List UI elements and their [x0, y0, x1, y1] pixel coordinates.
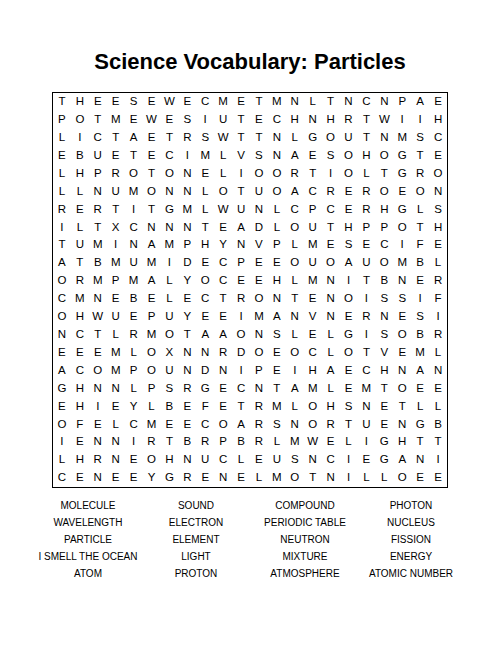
grid-cell-r10c7[interactable]: I — [160, 254, 178, 272]
grid-cell-r6c1[interactable]: L — [53, 183, 71, 201]
grid-cell-r8c9[interactable]: T — [196, 218, 214, 236]
grid-cell-r14c2[interactable]: C — [71, 326, 89, 344]
grid-cell-r15c20[interactable]: E — [393, 344, 411, 362]
grid-cell-r6c11[interactable]: T — [232, 183, 250, 201]
grid-cell-r11c2[interactable]: R — [71, 272, 89, 290]
grid-cell-r12c9[interactable]: C — [196, 290, 214, 308]
grid-cell-r11c13[interactable]: H — [268, 272, 286, 290]
grid-cell-r15c12[interactable]: O — [250, 344, 268, 362]
grid-cell-r22c13[interactable]: M — [268, 469, 286, 487]
grid-cell-r18c7[interactable]: B — [160, 397, 178, 415]
grid-cell-r18c12[interactable]: R — [250, 397, 268, 415]
grid-cell-r9c20[interactable]: I — [393, 236, 411, 254]
grid-cell-r22c11[interactable]: E — [232, 469, 250, 487]
grid-cell-r20c20[interactable]: H — [393, 433, 411, 451]
grid-cell-r13c17[interactable]: E — [340, 308, 358, 326]
grid-cell-r15c2[interactable]: E — [71, 344, 89, 362]
grid-cell-r17c1[interactable]: G — [53, 380, 71, 398]
grid-cell-r19c6[interactable]: M — [143, 415, 161, 433]
grid-cell-r3c5[interactable]: A — [125, 129, 143, 147]
grid-cell-r13c13[interactable]: A — [268, 308, 286, 326]
grid-cell-r11c19[interactable]: B — [375, 272, 393, 290]
grid-cell-r10c8[interactable]: D — [178, 254, 196, 272]
grid-cell-r21c1[interactable]: L — [53, 451, 71, 469]
grid-cell-r6c12[interactable]: U — [250, 183, 268, 201]
grid-cell-r8c7[interactable]: N — [160, 218, 178, 236]
grid-cell-r12c21[interactable]: I — [411, 290, 429, 308]
grid-cell-r21c18[interactable]: E — [357, 451, 375, 469]
grid-cell-r21c2[interactable]: H — [71, 451, 89, 469]
grid-cell-r15c3[interactable]: E — [89, 344, 107, 362]
grid-cell-r15c7[interactable]: X — [160, 344, 178, 362]
grid-cell-r7c5[interactable]: I — [125, 200, 143, 218]
grid-cell-r10c19[interactable]: O — [375, 254, 393, 272]
grid-cell-r14c12[interactable]: N — [250, 326, 268, 344]
grid-cell-r7c19[interactable]: H — [375, 200, 393, 218]
grid-cell-r20c11[interactable]: B — [232, 433, 250, 451]
grid-cell-r15c11[interactable]: D — [232, 344, 250, 362]
grid-cell-r21c3[interactable]: R — [89, 451, 107, 469]
grid-cell-r11c17[interactable]: I — [340, 272, 358, 290]
grid-cell-r19c2[interactable]: F — [71, 415, 89, 433]
grid-cell-r9c7[interactable]: M — [160, 236, 178, 254]
grid-cell-r13c12[interactable]: M — [250, 308, 268, 326]
grid-cell-r10c9[interactable]: E — [196, 254, 214, 272]
grid-cell-r6c10[interactable]: O — [214, 183, 232, 201]
grid-cell-r3c17[interactable]: U — [340, 129, 358, 147]
grid-cell-r6c6[interactable]: O — [143, 183, 161, 201]
grid-cell-r20c19[interactable]: G — [375, 433, 393, 451]
grid-cell-r17c3[interactable]: N — [89, 380, 107, 398]
grid-cell-r15c8[interactable]: N — [178, 344, 196, 362]
grid-cell-r21c6[interactable]: O — [143, 451, 161, 469]
grid-cell-r12c17[interactable]: O — [340, 290, 358, 308]
grid-cell-r13c5[interactable]: E — [125, 308, 143, 326]
grid-cell-r9c9[interactable]: H — [196, 236, 214, 254]
grid-cell-r7c22[interactable]: S — [429, 200, 447, 218]
grid-cell-r20c13[interactable]: L — [268, 433, 286, 451]
grid-cell-r1c2[interactable]: H — [71, 93, 89, 111]
grid-cell-r6c5[interactable]: M — [125, 183, 143, 201]
grid-cell-r13c2[interactable]: H — [71, 308, 89, 326]
grid-cell-r8c18[interactable]: P — [357, 218, 375, 236]
grid-cell-r9c16[interactable]: E — [322, 236, 340, 254]
grid-cell-r20c15[interactable]: W — [304, 433, 322, 451]
grid-cell-r22c4[interactable]: E — [107, 469, 125, 487]
grid-cell-r18c5[interactable]: Y — [125, 397, 143, 415]
grid-cell-r21c20[interactable]: A — [393, 451, 411, 469]
grid-cell-r19c3[interactable]: E — [89, 415, 107, 433]
grid-cell-r13c11[interactable]: I — [232, 308, 250, 326]
grid-cell-r14c19[interactable]: S — [375, 326, 393, 344]
grid-cell-r19c12[interactable]: R — [250, 415, 268, 433]
grid-cell-r13c7[interactable]: U — [160, 308, 178, 326]
grid-cell-r7c21[interactable]: L — [411, 200, 429, 218]
grid-cell-r4c22[interactable]: E — [429, 147, 447, 165]
grid-cell-r18c20[interactable]: T — [393, 397, 411, 415]
grid-cell-r1c9[interactable]: C — [196, 93, 214, 111]
grid-cell-r9c15[interactable]: M — [304, 236, 322, 254]
grid-cell-r1c4[interactable]: E — [107, 93, 125, 111]
grid-cell-r2c15[interactable]: N — [304, 111, 322, 129]
grid-cell-r1c3[interactable]: E — [89, 93, 107, 111]
grid-cell-r4c8[interactable]: I — [178, 147, 196, 165]
grid-cell-r16c2[interactable]: C — [71, 362, 89, 380]
grid-cell-r21c10[interactable]: C — [214, 451, 232, 469]
grid-cell-r16c6[interactable]: O — [143, 362, 161, 380]
grid-cell-r2c7[interactable]: E — [160, 111, 178, 129]
grid-cell-r1c19[interactable]: N — [375, 93, 393, 111]
grid-cell-r17c20[interactable]: O — [393, 380, 411, 398]
grid-cell-r11c6[interactable]: A — [143, 272, 161, 290]
grid-cell-r14c4[interactable]: L — [107, 326, 125, 344]
grid-cell-r16c8[interactable]: N — [178, 362, 196, 380]
grid-cell-r18c21[interactable]: L — [411, 397, 429, 415]
grid-cell-r16c13[interactable]: E — [268, 362, 286, 380]
grid-cell-r17c15[interactable]: M — [304, 380, 322, 398]
grid-cell-r22c10[interactable]: N — [214, 469, 232, 487]
grid-cell-r16c10[interactable]: N — [214, 362, 232, 380]
grid-cell-r13c10[interactable]: E — [214, 308, 232, 326]
grid-cell-r18c17[interactable]: S — [340, 397, 358, 415]
grid-cell-r18c9[interactable]: F — [196, 397, 214, 415]
grid-cell-r15c13[interactable]: E — [268, 344, 286, 362]
grid-cell-r6c16[interactable]: R — [322, 183, 340, 201]
grid-cell-r6c8[interactable]: N — [178, 183, 196, 201]
grid-cell-r7c11[interactable]: U — [232, 200, 250, 218]
grid-cell-r18c2[interactable]: H — [71, 397, 89, 415]
grid-cell-r1c11[interactable]: E — [232, 93, 250, 111]
grid-cell-r15c21[interactable]: M — [411, 344, 429, 362]
grid-cell-r7c12[interactable]: N — [250, 200, 268, 218]
grid-cell-r14c17[interactable]: G — [340, 326, 358, 344]
grid-cell-r4c1[interactable]: E — [53, 147, 71, 165]
grid-cell-r2c14[interactable]: H — [286, 111, 304, 129]
grid-cell-r8c11[interactable]: A — [232, 218, 250, 236]
grid-cell-r9c5[interactable]: N — [125, 236, 143, 254]
grid-cell-r6c2[interactable]: L — [71, 183, 89, 201]
grid-cell-r8c16[interactable]: T — [322, 218, 340, 236]
grid-cell-r5c21[interactable]: R — [411, 165, 429, 183]
grid-cell-r21c16[interactable]: C — [322, 451, 340, 469]
grid-cell-r17c9[interactable]: G — [196, 380, 214, 398]
grid-cell-r5c2[interactable]: H — [71, 165, 89, 183]
grid-cell-r22c9[interactable]: E — [196, 469, 214, 487]
grid-cell-r12c12[interactable]: O — [250, 290, 268, 308]
grid-cell-r17c10[interactable]: E — [214, 380, 232, 398]
grid-cell-r4c2[interactable]: B — [71, 147, 89, 165]
grid-cell-r5c3[interactable]: P — [89, 165, 107, 183]
grid-cell-r17c17[interactable]: E — [340, 380, 358, 398]
grid-cell-r4c21[interactable]: T — [411, 147, 429, 165]
grid-cell-r12c4[interactable]: E — [107, 290, 125, 308]
grid-cell-r19c11[interactable]: A — [232, 415, 250, 433]
grid-cell-r2c8[interactable]: S — [178, 111, 196, 129]
grid-cell-r13c3[interactable]: W — [89, 308, 107, 326]
grid-cell-r6c14[interactable]: A — [286, 183, 304, 201]
grid-cell-r1c6[interactable]: E — [143, 93, 161, 111]
grid-cell-r19c22[interactable]: B — [429, 415, 447, 433]
grid-cell-r15c17[interactable]: O — [340, 344, 358, 362]
grid-cell-r18c19[interactable]: E — [375, 397, 393, 415]
grid-cell-r2c11[interactable]: T — [232, 111, 250, 129]
grid-cell-r17c14[interactable]: A — [286, 380, 304, 398]
grid-cell-r2c2[interactable]: O — [71, 111, 89, 129]
grid-cell-r2c6[interactable]: W — [143, 111, 161, 129]
grid-cell-r3c9[interactable]: S — [196, 129, 214, 147]
grid-cell-r18c6[interactable]: L — [143, 397, 161, 415]
grid-cell-r10c18[interactable]: U — [357, 254, 375, 272]
grid-cell-r18c14[interactable]: L — [286, 397, 304, 415]
grid-cell-r5c1[interactable]: L — [53, 165, 71, 183]
grid-cell-r4c6[interactable]: E — [143, 147, 161, 165]
grid-cell-r18c3[interactable]: I — [89, 397, 107, 415]
grid-cell-r3c21[interactable]: S — [411, 129, 429, 147]
grid-cell-r2c17[interactable]: R — [340, 111, 358, 129]
grid-cell-r5c6[interactable]: T — [143, 165, 161, 183]
grid-cell-r2c19[interactable]: W — [375, 111, 393, 129]
grid-cell-r16c11[interactable]: I — [232, 362, 250, 380]
grid-cell-r17c13[interactable]: T — [268, 380, 286, 398]
grid-cell-r16c19[interactable]: H — [375, 362, 393, 380]
grid-cell-r21c15[interactable]: N — [304, 451, 322, 469]
grid-cell-r5c22[interactable]: O — [429, 165, 447, 183]
grid-cell-r20c21[interactable]: T — [411, 433, 429, 451]
grid-cell-r9c10[interactable]: Y — [214, 236, 232, 254]
grid-cell-r14c21[interactable]: B — [411, 326, 429, 344]
grid-cell-r9c13[interactable]: P — [268, 236, 286, 254]
grid-cell-r10c4[interactable]: M — [107, 254, 125, 272]
grid-cell-r13c20[interactable]: E — [393, 308, 411, 326]
grid-cell-r13c21[interactable]: S — [411, 308, 429, 326]
grid-cell-r21c7[interactable]: H — [160, 451, 178, 469]
grid-cell-r1c18[interactable]: C — [357, 93, 375, 111]
grid-cell-r14c18[interactable]: I — [357, 326, 375, 344]
grid-cell-r19c7[interactable]: E — [160, 415, 178, 433]
grid-cell-r14c6[interactable]: M — [143, 326, 161, 344]
grid-cell-r18c1[interactable]: E — [53, 397, 71, 415]
grid-cell-r17c8[interactable]: R — [178, 380, 196, 398]
grid-cell-r2c4[interactable]: M — [107, 111, 125, 129]
grid-cell-r22c2[interactable]: E — [71, 469, 89, 487]
grid-cell-r21c17[interactable]: I — [340, 451, 358, 469]
grid-cell-r16c18[interactable]: C — [357, 362, 375, 380]
grid-cell-r6c13[interactable]: O — [268, 183, 286, 201]
grid-cell-r8c1[interactable]: I — [53, 218, 71, 236]
grid-cell-r17c22[interactable]: E — [429, 380, 447, 398]
grid-cell-r17c7[interactable]: S — [160, 380, 178, 398]
grid-cell-r5c20[interactable]: G — [393, 165, 411, 183]
grid-cell-r4c3[interactable]: U — [89, 147, 107, 165]
grid-cell-r19c5[interactable]: C — [125, 415, 143, 433]
grid-cell-r3c7[interactable]: T — [160, 129, 178, 147]
grid-cell-r10c11[interactable]: P — [232, 254, 250, 272]
grid-cell-r20c14[interactable]: M — [286, 433, 304, 451]
grid-cell-r22c18[interactable]: L — [357, 469, 375, 487]
grid-cell-r4c13[interactable]: N — [268, 147, 286, 165]
grid-cell-r22c8[interactable]: R — [178, 469, 196, 487]
grid-cell-r4c15[interactable]: E — [304, 147, 322, 165]
grid-cell-r1c8[interactable]: E — [178, 93, 196, 111]
grid-cell-r22c21[interactable]: E — [411, 469, 429, 487]
grid-cell-r7c8[interactable]: M — [178, 200, 196, 218]
grid-cell-r10c16[interactable]: O — [322, 254, 340, 272]
grid-cell-r8c17[interactable]: H — [340, 218, 358, 236]
grid-cell-r5c15[interactable]: T — [304, 165, 322, 183]
grid-cell-r14c15[interactable]: E — [304, 326, 322, 344]
grid-cell-r12c15[interactable]: E — [304, 290, 322, 308]
grid-cell-r17c2[interactable]: H — [71, 380, 89, 398]
grid-cell-r19c19[interactable]: E — [375, 415, 393, 433]
grid-cell-r7c13[interactable]: L — [268, 200, 286, 218]
grid-cell-r19c20[interactable]: N — [393, 415, 411, 433]
grid-cell-r15c16[interactable]: L — [322, 344, 340, 362]
grid-cell-r3c2[interactable]: I — [71, 129, 89, 147]
grid-cell-r7c2[interactable]: E — [71, 200, 89, 218]
grid-cell-r16c5[interactable]: P — [125, 362, 143, 380]
grid-cell-r10c6[interactable]: M — [143, 254, 161, 272]
grid-cell-r5c10[interactable]: L — [214, 165, 232, 183]
grid-cell-r17c12[interactable]: N — [250, 380, 268, 398]
grid-cell-r4c11[interactable]: V — [232, 147, 250, 165]
grid-cell-r19c10[interactable]: O — [214, 415, 232, 433]
grid-cell-r12c2[interactable]: M — [71, 290, 89, 308]
grid-cell-r10c22[interactable]: L — [429, 254, 447, 272]
grid-cell-r12c13[interactable]: N — [268, 290, 286, 308]
grid-cell-r19c16[interactable]: R — [322, 415, 340, 433]
grid-cell-r5c11[interactable]: I — [232, 165, 250, 183]
grid-cell-r5c16[interactable]: I — [322, 165, 340, 183]
grid-cell-r9c6[interactable]: A — [143, 236, 161, 254]
grid-cell-r20c22[interactable]: T — [429, 433, 447, 451]
grid-cell-r4c5[interactable]: T — [125, 147, 143, 165]
grid-cell-r4c19[interactable]: O — [375, 147, 393, 165]
grid-cell-r13c22[interactable]: I — [429, 308, 447, 326]
grid-cell-r19c8[interactable]: E — [178, 415, 196, 433]
grid-cell-r10c21[interactable]: B — [411, 254, 429, 272]
grid-cell-r11c18[interactable]: T — [357, 272, 375, 290]
grid-cell-r4c14[interactable]: A — [286, 147, 304, 165]
grid-cell-r20c10[interactable]: P — [214, 433, 232, 451]
grid-cell-r13c18[interactable]: R — [357, 308, 375, 326]
grid-cell-r3c3[interactable]: C — [89, 129, 107, 147]
grid-cell-r22c19[interactable]: L — [375, 469, 393, 487]
grid-cell-r12c1[interactable]: C — [53, 290, 71, 308]
grid-cell-r14c14[interactable]: L — [286, 326, 304, 344]
grid-cell-r2c22[interactable]: H — [429, 111, 447, 129]
grid-cell-r5c8[interactable]: N — [178, 165, 196, 183]
grid-cell-r6c9[interactable]: L — [196, 183, 214, 201]
grid-cell-r5c4[interactable]: R — [107, 165, 125, 183]
grid-cell-r11c14[interactable]: L — [286, 272, 304, 290]
grid-cell-r7c15[interactable]: P — [304, 200, 322, 218]
grid-cell-r13c6[interactable]: P — [143, 308, 161, 326]
grid-cell-r22c22[interactable]: E — [429, 469, 447, 487]
grid-cell-r1c17[interactable]: N — [340, 93, 358, 111]
grid-cell-r12c6[interactable]: E — [143, 290, 161, 308]
grid-cell-r15c5[interactable]: L — [125, 344, 143, 362]
grid-cell-r14c1[interactable]: N — [53, 326, 71, 344]
grid-cell-r19c18[interactable]: U — [357, 415, 375, 433]
grid-cell-r20c16[interactable]: E — [322, 433, 340, 451]
grid-cell-r7c18[interactable]: R — [357, 200, 375, 218]
grid-cell-r10c17[interactable]: A — [340, 254, 358, 272]
grid-cell-r19c14[interactable]: N — [286, 415, 304, 433]
grid-cell-r3c12[interactable]: T — [250, 129, 268, 147]
grid-cell-r3c11[interactable]: T — [232, 129, 250, 147]
grid-cell-r7c20[interactable]: G — [393, 200, 411, 218]
grid-cell-r1c10[interactable]: M — [214, 93, 232, 111]
grid-cell-r10c20[interactable]: M — [393, 254, 411, 272]
grid-cell-r17c6[interactable]: P — [143, 380, 161, 398]
grid-cell-r22c5[interactable]: E — [125, 469, 143, 487]
grid-cell-r11c8[interactable]: Y — [178, 272, 196, 290]
grid-cell-r2c21[interactable]: I — [411, 111, 429, 129]
grid-cell-r16c21[interactable]: A — [411, 362, 429, 380]
grid-cell-r1c21[interactable]: A — [411, 93, 429, 111]
grid-cell-r12c5[interactable]: B — [125, 290, 143, 308]
grid-cell-r9c22[interactable]: E — [429, 236, 447, 254]
grid-cell-r4c20[interactable]: G — [393, 147, 411, 165]
grid-cell-r21c9[interactable]: U — [196, 451, 214, 469]
grid-cell-r13c14[interactable]: N — [286, 308, 304, 326]
grid-cell-r2c10[interactable]: U — [214, 111, 232, 129]
grid-cell-r3c22[interactable]: C — [429, 129, 447, 147]
grid-cell-r1c5[interactable]: S — [125, 93, 143, 111]
grid-cell-r8c8[interactable]: N — [178, 218, 196, 236]
grid-cell-r19c4[interactable]: L — [107, 415, 125, 433]
grid-cell-r7c7[interactable]: G — [160, 200, 178, 218]
grid-cell-r8c13[interactable]: L — [268, 218, 286, 236]
grid-cell-r6c17[interactable]: E — [340, 183, 358, 201]
grid-cell-r19c13[interactable]: S — [268, 415, 286, 433]
grid-cell-r20c7[interactable]: T — [160, 433, 178, 451]
grid-cell-r15c1[interactable]: E — [53, 344, 71, 362]
grid-cell-r16c4[interactable]: M — [107, 362, 125, 380]
grid-cell-r12c7[interactable]: L — [160, 290, 178, 308]
grid-cell-r20c8[interactable]: B — [178, 433, 196, 451]
grid-cell-r17c16[interactable]: L — [322, 380, 340, 398]
grid-cell-r20c3[interactable]: N — [89, 433, 107, 451]
grid-cell-r14c8[interactable]: T — [178, 326, 196, 344]
grid-cell-r20c6[interactable]: R — [143, 433, 161, 451]
grid-cell-r18c8[interactable]: E — [178, 397, 196, 415]
grid-cell-r4c17[interactable]: O — [340, 147, 358, 165]
grid-cell-r11c4[interactable]: P — [107, 272, 125, 290]
grid-cell-r16c9[interactable]: D — [196, 362, 214, 380]
grid-cell-r1c13[interactable]: M — [268, 93, 286, 111]
grid-cell-r12c19[interactable]: S — [375, 290, 393, 308]
grid-cell-r21c19[interactable]: G — [375, 451, 393, 469]
grid-cell-r8c2[interactable]: L — [71, 218, 89, 236]
grid-cell-r16c1[interactable]: A — [53, 362, 71, 380]
grid-cell-r16c22[interactable]: N — [429, 362, 447, 380]
grid-cell-r16c20[interactable]: N — [393, 362, 411, 380]
grid-cell-r22c12[interactable]: L — [250, 469, 268, 487]
grid-cell-r5c7[interactable]: O — [160, 165, 178, 183]
grid-cell-r20c1[interactable]: I — [53, 433, 71, 451]
grid-cell-r14c5[interactable]: R — [125, 326, 143, 344]
grid-cell-r4c12[interactable]: S — [250, 147, 268, 165]
grid-cell-r21c11[interactable]: L — [232, 451, 250, 469]
grid-cell-r8c21[interactable]: T — [411, 218, 429, 236]
grid-cell-r12c11[interactable]: R — [232, 290, 250, 308]
grid-cell-r21c14[interactable]: S — [286, 451, 304, 469]
grid-cell-r5c19[interactable]: T — [375, 165, 393, 183]
grid-cell-r9c4[interactable]: I — [107, 236, 125, 254]
grid-cell-r12c8[interactable]: E — [178, 290, 196, 308]
grid-cell-r1c14[interactable]: N — [286, 93, 304, 111]
